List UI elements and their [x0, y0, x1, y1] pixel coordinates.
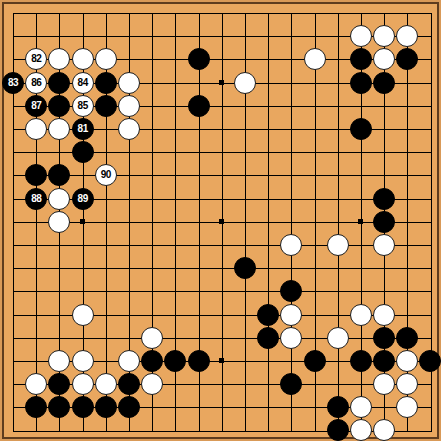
- board-point[interactable]: 83: [2, 71, 25, 94]
- board-point[interactable]: [48, 303, 71, 326]
- board-point[interactable]: [71, 25, 94, 48]
- board-point[interactable]: [94, 373, 117, 396]
- board-point[interactable]: [48, 210, 71, 233]
- board-point[interactable]: [141, 280, 164, 303]
- board-point[interactable]: [164, 373, 187, 396]
- board-point[interactable]: [280, 2, 303, 25]
- board-point[interactable]: [2, 373, 25, 396]
- board-point[interactable]: [117, 373, 140, 396]
- board-point[interactable]: [48, 373, 71, 396]
- board-point[interactable]: [210, 48, 233, 71]
- board-point[interactable]: [210, 396, 233, 419]
- board-point[interactable]: [349, 94, 372, 117]
- board-point[interactable]: [117, 164, 140, 187]
- board-point[interactable]: [210, 280, 233, 303]
- board-point[interactable]: [233, 303, 256, 326]
- board-point[interactable]: [326, 210, 349, 233]
- board-point[interactable]: [257, 210, 280, 233]
- board-point[interactable]: [117, 48, 140, 71]
- board-point[interactable]: [303, 2, 326, 25]
- board-point[interactable]: [280, 233, 303, 256]
- board-point[interactable]: [303, 373, 326, 396]
- board-point[interactable]: [303, 303, 326, 326]
- board-point[interactable]: [48, 280, 71, 303]
- board-point[interactable]: [349, 233, 372, 256]
- board-point[interactable]: [25, 303, 48, 326]
- board-point[interactable]: [164, 71, 187, 94]
- board-point[interactable]: [187, 280, 210, 303]
- board-point[interactable]: [257, 233, 280, 256]
- board-point[interactable]: [326, 280, 349, 303]
- board-point[interactable]: [349, 373, 372, 396]
- board-point[interactable]: [280, 396, 303, 419]
- board-point[interactable]: [419, 326, 441, 349]
- board-point[interactable]: [257, 48, 280, 71]
- board-point[interactable]: [187, 164, 210, 187]
- board-point[interactable]: [210, 326, 233, 349]
- board-point[interactable]: [349, 71, 372, 94]
- board-point[interactable]: [303, 71, 326, 94]
- board-point[interactable]: [210, 419, 233, 441]
- board-point[interactable]: [71, 141, 94, 164]
- board-point[interactable]: [117, 25, 140, 48]
- board-point[interactable]: [164, 396, 187, 419]
- board-point[interactable]: [164, 349, 187, 372]
- board-point[interactable]: [48, 94, 71, 117]
- board-point[interactable]: [326, 71, 349, 94]
- board-point[interactable]: [2, 141, 25, 164]
- board-point[interactable]: [94, 257, 117, 280]
- board-point[interactable]: 89: [71, 187, 94, 210]
- board-point[interactable]: [187, 117, 210, 140]
- board-point[interactable]: [419, 210, 441, 233]
- board-point[interactable]: [48, 187, 71, 210]
- board-point[interactable]: [257, 187, 280, 210]
- board-point[interactable]: [303, 94, 326, 117]
- board-point[interactable]: [94, 419, 117, 441]
- board-point[interactable]: [94, 117, 117, 140]
- board-point[interactable]: [94, 349, 117, 372]
- board-point[interactable]: [326, 117, 349, 140]
- board-point[interactable]: [233, 94, 256, 117]
- board-point[interactable]: [233, 117, 256, 140]
- board-point[interactable]: [280, 349, 303, 372]
- board-point[interactable]: [187, 71, 210, 94]
- board-point[interactable]: [326, 349, 349, 372]
- board-point[interactable]: [303, 419, 326, 441]
- board-point[interactable]: [48, 2, 71, 25]
- board-point[interactable]: [117, 396, 140, 419]
- board-point[interactable]: [396, 2, 419, 25]
- board-point[interactable]: [280, 373, 303, 396]
- board-point[interactable]: [164, 280, 187, 303]
- board-point[interactable]: [326, 233, 349, 256]
- board-point[interactable]: [233, 48, 256, 71]
- board-point[interactable]: [280, 326, 303, 349]
- board-point[interactable]: [48, 141, 71, 164]
- board-point[interactable]: [280, 117, 303, 140]
- board-point[interactable]: [303, 164, 326, 187]
- board-point[interactable]: [326, 419, 349, 441]
- board-point[interactable]: [373, 141, 396, 164]
- board-point[interactable]: [257, 25, 280, 48]
- board-point[interactable]: [94, 94, 117, 117]
- board-point[interactable]: [2, 349, 25, 372]
- board-point[interactable]: [233, 164, 256, 187]
- board-point[interactable]: [117, 257, 140, 280]
- board-point[interactable]: [164, 141, 187, 164]
- board-point[interactable]: [257, 419, 280, 441]
- board-point[interactable]: [187, 141, 210, 164]
- board-point[interactable]: [25, 396, 48, 419]
- board-point[interactable]: [117, 349, 140, 372]
- board-point[interactable]: [25, 280, 48, 303]
- board-point[interactable]: [233, 233, 256, 256]
- board-point[interactable]: [71, 396, 94, 419]
- board-point[interactable]: [141, 25, 164, 48]
- board-point[interactable]: [117, 210, 140, 233]
- board-point[interactable]: [326, 373, 349, 396]
- board-point[interactable]: [373, 396, 396, 419]
- board-point[interactable]: [117, 71, 140, 94]
- board-point[interactable]: [25, 2, 48, 25]
- board-point[interactable]: [373, 94, 396, 117]
- board-point[interactable]: [303, 233, 326, 256]
- board-point[interactable]: [419, 141, 441, 164]
- board-point[interactable]: [326, 48, 349, 71]
- board-point[interactable]: [2, 303, 25, 326]
- board-point[interactable]: [373, 233, 396, 256]
- board-point[interactable]: [419, 373, 441, 396]
- board-point[interactable]: [373, 2, 396, 25]
- board-point[interactable]: [349, 396, 372, 419]
- board-point[interactable]: [396, 164, 419, 187]
- board-point[interactable]: [210, 257, 233, 280]
- board-point[interactable]: [48, 257, 71, 280]
- board-point[interactable]: [233, 280, 256, 303]
- board-point[interactable]: [349, 303, 372, 326]
- board-point[interactable]: [349, 2, 372, 25]
- board-point[interactable]: [141, 257, 164, 280]
- board-point[interactable]: [303, 210, 326, 233]
- board-point[interactable]: [187, 2, 210, 25]
- board-point[interactable]: [280, 94, 303, 117]
- board-point[interactable]: [326, 326, 349, 349]
- board-point[interactable]: [419, 257, 441, 280]
- board-point[interactable]: [94, 48, 117, 71]
- board-point[interactable]: [396, 233, 419, 256]
- board-point[interactable]: [326, 396, 349, 419]
- board-point[interactable]: [349, 187, 372, 210]
- board-point[interactable]: [71, 373, 94, 396]
- board-point[interactable]: [187, 233, 210, 256]
- board-point[interactable]: [2, 280, 25, 303]
- board-point[interactable]: [373, 419, 396, 441]
- board-point[interactable]: [210, 94, 233, 117]
- board-point[interactable]: [25, 164, 48, 187]
- board-point[interactable]: [233, 326, 256, 349]
- board-point[interactable]: [187, 396, 210, 419]
- board-point[interactable]: [257, 396, 280, 419]
- board-point[interactable]: [396, 257, 419, 280]
- board-point[interactable]: [349, 326, 372, 349]
- board-point[interactable]: [164, 419, 187, 441]
- board-point[interactable]: [71, 326, 94, 349]
- board-point[interactable]: [396, 280, 419, 303]
- board-point[interactable]: 85: [71, 94, 94, 117]
- board-point[interactable]: [141, 210, 164, 233]
- board-point[interactable]: [164, 117, 187, 140]
- board-point[interactable]: [210, 164, 233, 187]
- board-point[interactable]: [164, 48, 187, 71]
- board-point[interactable]: [2, 233, 25, 256]
- board-point[interactable]: 84: [71, 71, 94, 94]
- board-point[interactable]: [141, 419, 164, 441]
- board-point[interactable]: [25, 257, 48, 280]
- board-point[interactable]: [303, 187, 326, 210]
- board-point[interactable]: [257, 257, 280, 280]
- board-point[interactable]: [48, 164, 71, 187]
- board-point[interactable]: [210, 2, 233, 25]
- board-point[interactable]: [373, 373, 396, 396]
- board-point[interactable]: [396, 419, 419, 441]
- board-point[interactable]: [210, 210, 233, 233]
- board-point[interactable]: [373, 303, 396, 326]
- board-point[interactable]: [2, 2, 25, 25]
- board-point[interactable]: [71, 2, 94, 25]
- board-point[interactable]: [117, 280, 140, 303]
- board-point[interactable]: [48, 71, 71, 94]
- board-point[interactable]: 90: [94, 164, 117, 187]
- board-point[interactable]: [419, 25, 441, 48]
- board-point[interactable]: [373, 25, 396, 48]
- board-point[interactable]: [71, 303, 94, 326]
- board-point[interactable]: [141, 373, 164, 396]
- board-point[interactable]: [210, 141, 233, 164]
- board-point[interactable]: [187, 257, 210, 280]
- board-point[interactable]: [141, 164, 164, 187]
- board-point[interactable]: [373, 164, 396, 187]
- board-point[interactable]: 88: [25, 187, 48, 210]
- board-point[interactable]: [233, 71, 256, 94]
- board-point[interactable]: [48, 25, 71, 48]
- board-point[interactable]: [233, 210, 256, 233]
- board-point[interactable]: [71, 164, 94, 187]
- board-point[interactable]: [25, 210, 48, 233]
- board-point[interactable]: [280, 71, 303, 94]
- board-point[interactable]: [349, 141, 372, 164]
- board-point[interactable]: [373, 48, 396, 71]
- board-point[interactable]: [233, 349, 256, 372]
- board-point[interactable]: [187, 48, 210, 71]
- board-point[interactable]: [303, 396, 326, 419]
- board-point[interactable]: [233, 373, 256, 396]
- board-point[interactable]: [349, 25, 372, 48]
- board-point[interactable]: [373, 349, 396, 372]
- board-point[interactable]: [373, 117, 396, 140]
- board-point[interactable]: [94, 233, 117, 256]
- board-point[interactable]: [396, 187, 419, 210]
- board-point[interactable]: [210, 71, 233, 94]
- board-point[interactable]: [373, 187, 396, 210]
- board-point[interactable]: 81: [71, 117, 94, 140]
- board-point[interactable]: [141, 141, 164, 164]
- board-point[interactable]: [326, 141, 349, 164]
- board-point[interactable]: 82: [25, 48, 48, 71]
- board-point[interactable]: [164, 257, 187, 280]
- board-point[interactable]: [187, 94, 210, 117]
- board-point[interactable]: [94, 187, 117, 210]
- board-point[interactable]: [280, 210, 303, 233]
- board-point[interactable]: [373, 257, 396, 280]
- board-point[interactable]: [164, 94, 187, 117]
- board-point[interactable]: [419, 233, 441, 256]
- board-point[interactable]: [71, 349, 94, 372]
- board-point[interactable]: [210, 25, 233, 48]
- board-point[interactable]: [117, 117, 140, 140]
- board-point[interactable]: [303, 280, 326, 303]
- board-point[interactable]: [164, 326, 187, 349]
- board-point[interactable]: [141, 71, 164, 94]
- board-point[interactable]: [2, 396, 25, 419]
- board-point[interactable]: [326, 187, 349, 210]
- board-point[interactable]: [233, 396, 256, 419]
- board-point[interactable]: [396, 71, 419, 94]
- board-point[interactable]: [164, 187, 187, 210]
- board-point[interactable]: [2, 117, 25, 140]
- board-point[interactable]: [419, 187, 441, 210]
- board-point[interactable]: [419, 396, 441, 419]
- board-point[interactable]: [164, 303, 187, 326]
- board-point[interactable]: [187, 419, 210, 441]
- board-point[interactable]: [117, 187, 140, 210]
- board-point[interactable]: [2, 48, 25, 71]
- board-point[interactable]: [419, 94, 441, 117]
- board-point[interactable]: [396, 349, 419, 372]
- board-point[interactable]: [187, 303, 210, 326]
- board-point[interactable]: [257, 94, 280, 117]
- board-point[interactable]: [94, 326, 117, 349]
- board-point[interactable]: [141, 349, 164, 372]
- board-point[interactable]: [326, 25, 349, 48]
- board-point[interactable]: [94, 303, 117, 326]
- board-point[interactable]: [419, 349, 441, 372]
- board-point[interactable]: [94, 141, 117, 164]
- board-point[interactable]: [349, 48, 372, 71]
- board-point[interactable]: [233, 187, 256, 210]
- board-point[interactable]: [2, 257, 25, 280]
- board-point[interactable]: [419, 303, 441, 326]
- board-point[interactable]: [187, 187, 210, 210]
- board-point[interactable]: [373, 71, 396, 94]
- board-point[interactable]: [94, 71, 117, 94]
- board-point[interactable]: [326, 2, 349, 25]
- board-point[interactable]: [210, 233, 233, 256]
- board-point[interactable]: [48, 117, 71, 140]
- board-point[interactable]: [117, 233, 140, 256]
- board-point[interactable]: [396, 25, 419, 48]
- board-point[interactable]: [349, 117, 372, 140]
- board-point[interactable]: [48, 326, 71, 349]
- board-point[interactable]: [349, 349, 372, 372]
- board-point[interactable]: [71, 257, 94, 280]
- board-point[interactable]: [326, 303, 349, 326]
- board-point[interactable]: [373, 280, 396, 303]
- board-point[interactable]: [326, 94, 349, 117]
- board-point[interactable]: [141, 94, 164, 117]
- board-point[interactable]: [233, 141, 256, 164]
- board-point[interactable]: [419, 117, 441, 140]
- board-point[interactable]: [326, 257, 349, 280]
- board-point[interactable]: [2, 187, 25, 210]
- board-point[interactable]: [396, 141, 419, 164]
- board-point[interactable]: [2, 164, 25, 187]
- board-point[interactable]: [187, 349, 210, 372]
- board-point[interactable]: [257, 164, 280, 187]
- board-point[interactable]: [117, 303, 140, 326]
- board-point[interactable]: [303, 326, 326, 349]
- board-point[interactable]: [187, 326, 210, 349]
- board-point[interactable]: [94, 396, 117, 419]
- board-point[interactable]: [419, 280, 441, 303]
- board-point[interactable]: [187, 25, 210, 48]
- board-point[interactable]: [210, 373, 233, 396]
- board-point[interactable]: [257, 141, 280, 164]
- board-point[interactable]: [94, 25, 117, 48]
- board-point[interactable]: [303, 141, 326, 164]
- board-point[interactable]: [210, 349, 233, 372]
- board-point[interactable]: [94, 210, 117, 233]
- board-point[interactable]: [164, 25, 187, 48]
- board-point[interactable]: [396, 326, 419, 349]
- board-point[interactable]: [349, 280, 372, 303]
- board-point[interactable]: [117, 419, 140, 441]
- board-point[interactable]: [303, 117, 326, 140]
- board-point[interactable]: [25, 326, 48, 349]
- board-point[interactable]: [2, 210, 25, 233]
- board-point[interactable]: [373, 326, 396, 349]
- board-point[interactable]: [257, 373, 280, 396]
- board-point[interactable]: [71, 210, 94, 233]
- board-point[interactable]: [349, 257, 372, 280]
- board-point[interactable]: [280, 257, 303, 280]
- board-point[interactable]: [257, 117, 280, 140]
- board-point[interactable]: [210, 303, 233, 326]
- board-point[interactable]: [303, 257, 326, 280]
- board-point[interactable]: [164, 2, 187, 25]
- board-point[interactable]: [71, 280, 94, 303]
- board-point[interactable]: [2, 326, 25, 349]
- board-point[interactable]: [164, 164, 187, 187]
- board-point[interactable]: [396, 396, 419, 419]
- board-point[interactable]: [71, 419, 94, 441]
- board-point[interactable]: [71, 48, 94, 71]
- board-point[interactable]: [280, 187, 303, 210]
- board-point[interactable]: [141, 233, 164, 256]
- board-point[interactable]: [396, 373, 419, 396]
- board-point[interactable]: [396, 94, 419, 117]
- board-point[interactable]: [349, 210, 372, 233]
- board-point[interactable]: [257, 303, 280, 326]
- board-point[interactable]: [280, 303, 303, 326]
- board-point[interactable]: [419, 419, 441, 441]
- board-point[interactable]: [419, 164, 441, 187]
- board-point[interactable]: [48, 419, 71, 441]
- board-point[interactable]: [48, 396, 71, 419]
- board-point[interactable]: [280, 280, 303, 303]
- board-point[interactable]: [48, 233, 71, 256]
- board-point[interactable]: [303, 48, 326, 71]
